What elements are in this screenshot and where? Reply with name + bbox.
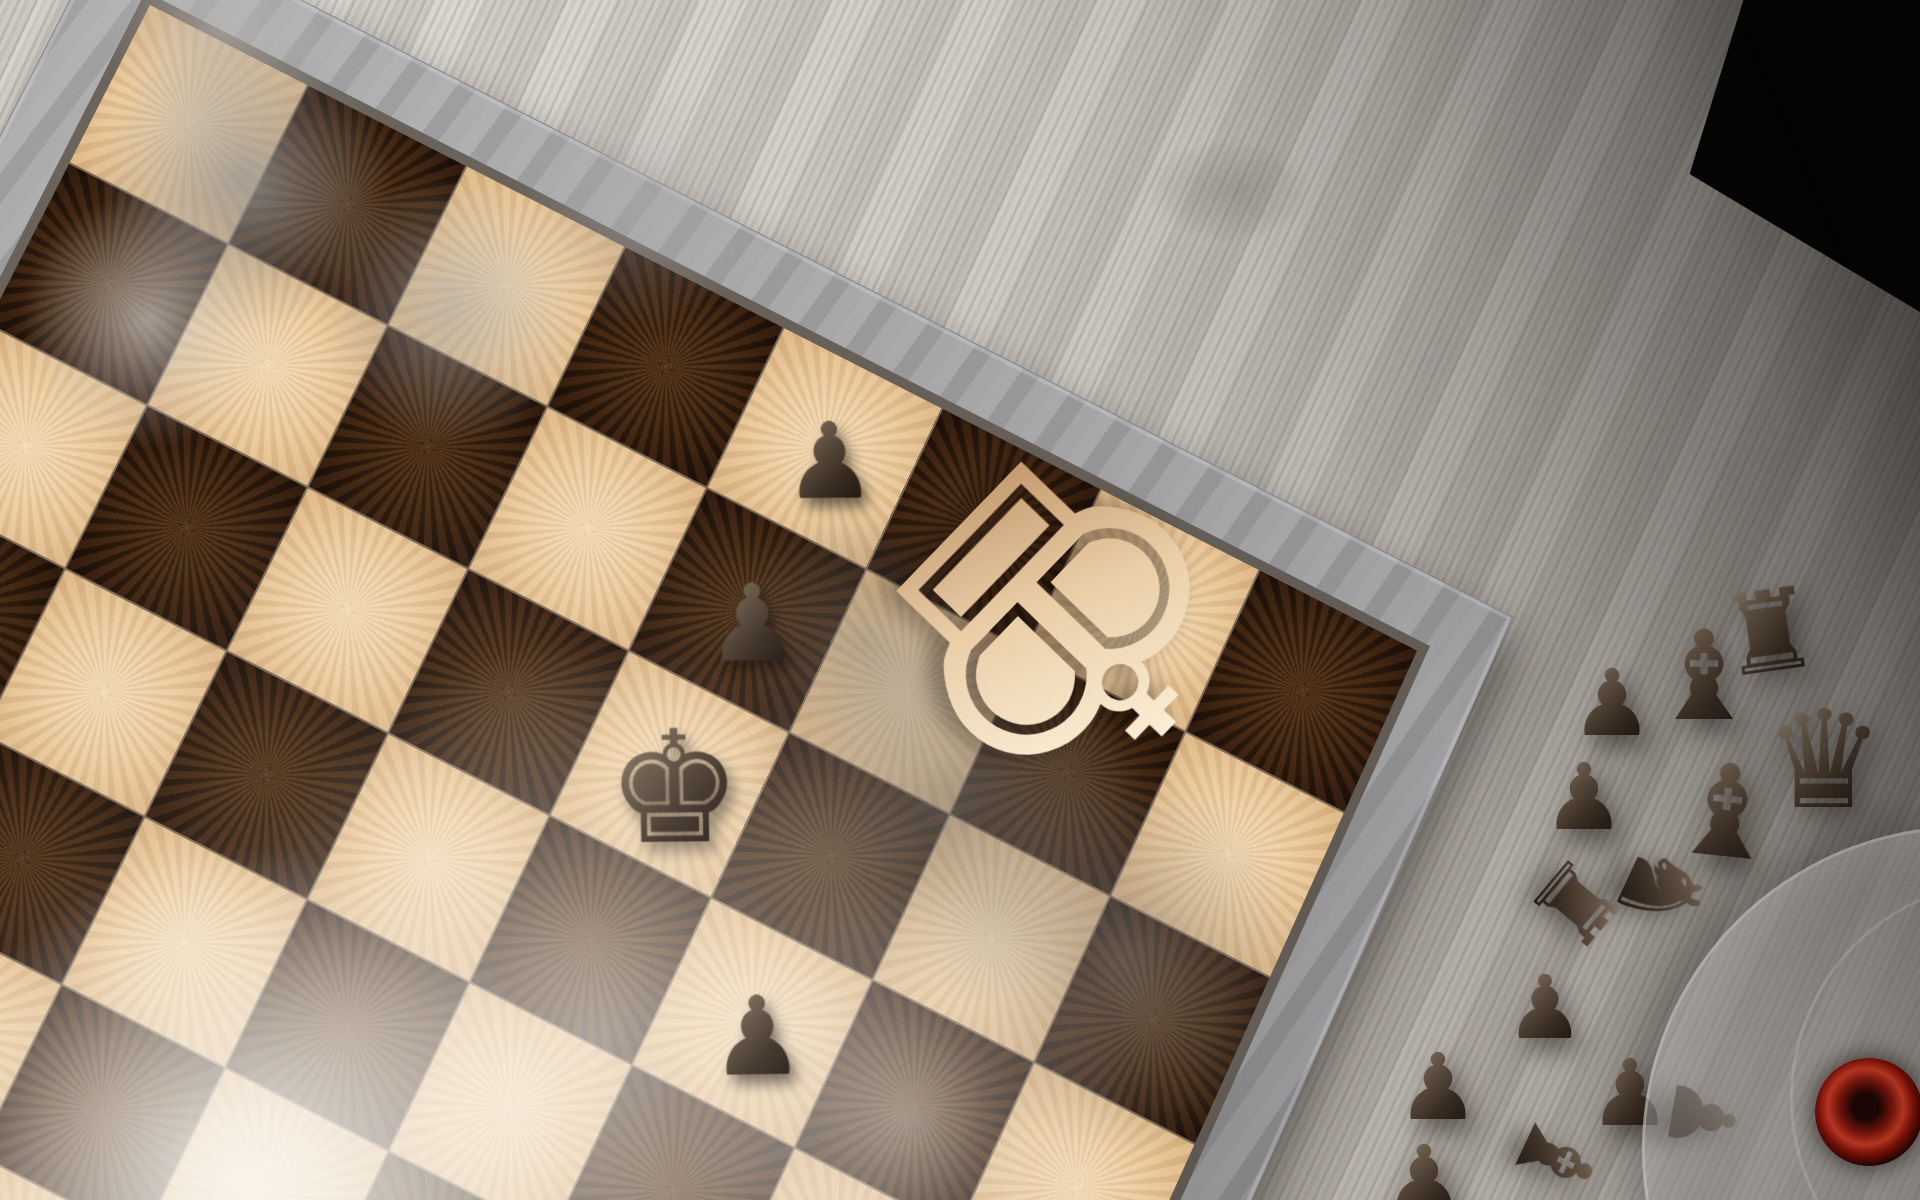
offboard-dark-bishop-standing[interactable]: ♝ — [1648, 614, 1759, 738]
red-wine — [1815, 1058, 1920, 1166]
offboard-dark-pawn-standing[interactable]: ♟ — [1383, 1134, 1465, 1200]
offboard-dark-pawn-standing[interactable]: ♟ — [1571, 658, 1653, 750]
offboard-dark-pawn-standing[interactable]: ♟ — [1506, 964, 1585, 1052]
offboard-dark-pawn-standing[interactable]: ♟ — [1397, 1042, 1479, 1134]
offboard-dark-pawn-standing[interactable]: ♟ — [1543, 752, 1625, 844]
chess-scene: ♚♟♟♟ ♚ ♜♝♟♟♛♝♞♜♟♟♟♟♝♟ — [0, 0, 1920, 1200]
